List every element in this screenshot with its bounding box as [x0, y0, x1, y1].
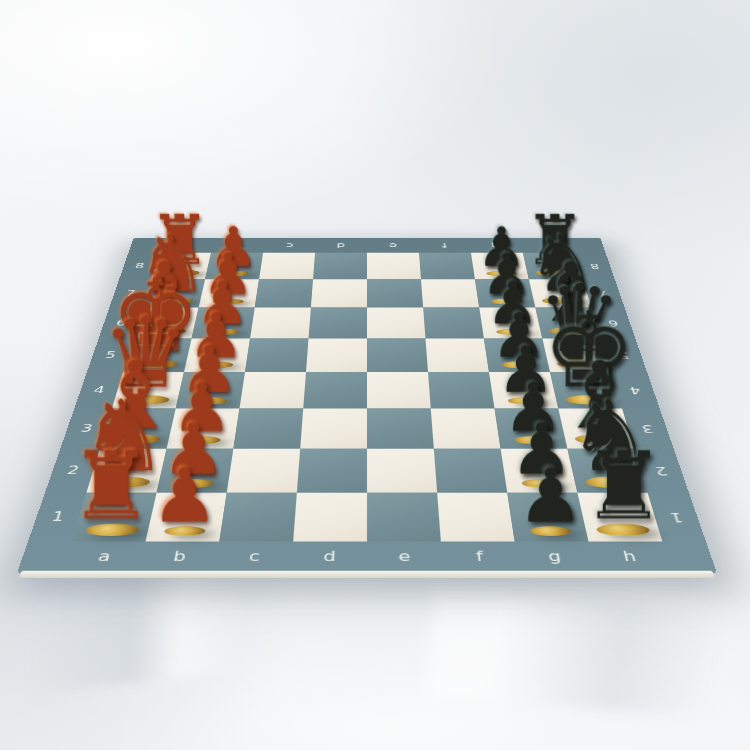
square-f3	[431, 409, 501, 449]
square-d5	[306, 338, 367, 372]
square-c2	[227, 449, 300, 493]
file-label-a-front: a	[62, 541, 145, 572]
file-label-a-front-text: a	[97, 550, 113, 564]
file-label-c-front: c	[215, 541, 294, 572]
file-label-e-back-text: e	[388, 242, 397, 249]
file-label-c-front-text: c	[248, 550, 260, 564]
file-label-b-front-text: b	[172, 550, 187, 564]
file-label-h-front-text: h	[621, 550, 637, 564]
square-h1: ♜	[577, 493, 662, 542]
file-label-f-back-text: f	[441, 242, 446, 249]
file-label-g-front-text: g	[547, 550, 562, 564]
square-e6	[367, 308, 425, 339]
file-label-b-back-text: b	[234, 242, 244, 249]
file-label-d-front-text: d	[323, 550, 336, 564]
square-f2	[434, 449, 507, 493]
photo-backdrop: abcdefgh8♜♟♟♜87♞♟♟♞76♝♟♟♝65♚♟♟♛54♛♟♟♚43♝…	[0, 0, 750, 750]
square-d6	[309, 308, 367, 339]
file-label-f-back: f	[418, 238, 471, 253]
piece-black-rook: ♜	[581, 439, 665, 533]
file-label-c-back: c	[263, 238, 316, 253]
square-d7	[311, 279, 367, 307]
square-e4	[367, 372, 431, 409]
square-c3	[233, 409, 303, 449]
square-f6	[423, 308, 484, 339]
square-c8	[259, 253, 315, 279]
file-label-e-front: e	[367, 541, 443, 572]
chess-board: abcdefgh8♜♟♟♜87♞♟♟♞76♝♟♟♝65♚♟♟♛54♛♟♟♚43♝…	[17, 238, 717, 573]
square-f7	[421, 279, 479, 307]
square-c5	[245, 338, 309, 372]
file-label-e-front-text: e	[398, 550, 411, 564]
file-label-h-front: h	[588, 541, 671, 572]
file-label-b-front: b	[138, 541, 219, 572]
file-label-g-back-text: g	[491, 242, 501, 249]
square-d3	[300, 409, 367, 449]
square-f4	[428, 372, 495, 409]
rank-label-8-right-text: 8	[589, 262, 600, 269]
square-d2	[297, 449, 367, 493]
square-g1: ♟	[507, 493, 588, 542]
square-b1: ♟	[146, 493, 227, 542]
square-a1: ♜	[72, 493, 157, 542]
square-c1	[219, 493, 297, 542]
piece-white-pawn: ♟	[151, 459, 218, 533]
square-e8	[367, 253, 421, 279]
square-f8	[419, 253, 475, 279]
fabric-fold	[427, 588, 750, 721]
square-f1	[437, 493, 515, 542]
square-e7	[367, 279, 423, 307]
square-c6	[250, 308, 311, 339]
square-e5	[367, 338, 428, 372]
rank-label-1-right-text: 1	[668, 510, 684, 523]
file-label-d-back-text: d	[337, 242, 346, 249]
square-e3	[367, 409, 434, 449]
file-label-d-front: d	[291, 541, 367, 572]
square-c7	[255, 279, 313, 307]
file-label-f-front: f	[441, 541, 520, 572]
file-label-c-back-text: c	[286, 242, 294, 249]
rank-label-1-left-text: 1	[50, 510, 66, 523]
square-e2	[367, 449, 437, 493]
square-d4	[303, 372, 367, 409]
square-c4	[239, 372, 306, 409]
piece-black-pawn: ♟	[517, 459, 584, 533]
file-label-g-front: g	[515, 541, 596, 572]
file-label-d-back: d	[315, 238, 367, 253]
piece-white-rook: ♜	[69, 439, 153, 533]
square-f5	[425, 338, 489, 372]
file-label-f-front-text: f	[475, 550, 484, 564]
square-e1	[367, 493, 441, 542]
square-d1	[293, 493, 367, 542]
file-label-e-back: e	[367, 238, 419, 253]
file-label-a-back-text: a	[182, 242, 192, 249]
square-d8	[313, 253, 367, 279]
